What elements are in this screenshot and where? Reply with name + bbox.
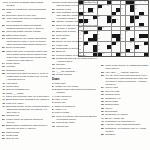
clue-item: 68. Comments that may be works of the 64… xyxy=(52,57,99,63)
cell-number: 43 xyxy=(126,31,128,33)
clue-text: "Wolf" or 1990s-era Bears pass-rushing g… xyxy=(2,1,43,7)
clue-text: Salon goops xyxy=(5,130,19,133)
cell-number: 50 xyxy=(121,38,123,40)
cell-number: 64 xyxy=(107,49,109,51)
clue-text: Apr. 15, 1979 rent-a-fan who went 4-for-… xyxy=(104,74,147,86)
clue-text: Mandolin kin xyxy=(5,114,19,117)
cell-number: 20 xyxy=(135,8,137,10)
grid-cell[interactable] xyxy=(112,53,116,56)
cell-number: 26 xyxy=(112,16,114,18)
clue-text: Like curly hair xyxy=(104,90,119,93)
clue-text: Garlic bud cut sunny-side up in general(… xyxy=(5,95,49,98)
down-section-header: Down xyxy=(52,78,99,81)
grid-cell[interactable] xyxy=(126,53,130,56)
clue-text: Get wise xyxy=(55,63,65,66)
cell-number: 15 xyxy=(135,5,137,7)
clue-text: Brand whose Portuguese ads opened a sea-… xyxy=(5,124,47,130)
clue-text: "I am the realm" announcement(?) xyxy=(104,123,140,126)
cell-number: 52 xyxy=(139,38,141,40)
cell-number: 27 xyxy=(139,16,141,18)
clue-text: How wise men acted on June 5, 1973, in M… xyxy=(5,72,48,81)
cell-number: 7 xyxy=(121,1,122,3)
crossword-page: 1234567891011121314151617181920212223242… xyxy=(0,0,150,150)
clue-item: 3. Banquet figure who comes out between … xyxy=(52,88,99,94)
clue-text: Dol. parts xyxy=(55,37,66,40)
clue-text: Prepared copy xyxy=(55,66,71,69)
clues-column-middle: scoring record that Payton's heirs had k… xyxy=(52,1,99,150)
cell-number: 59 xyxy=(112,45,114,47)
clue-text: Wading bird xyxy=(55,124,68,127)
clue-text: Drying shed xyxy=(104,110,117,113)
clue-text: Twelve, to dice rollers xyxy=(55,40,78,43)
clue-item: 49. Bring that dummy to the recording st… xyxy=(2,105,50,114)
clue-item: 20. Promenades for observers that 20 the… xyxy=(2,24,50,30)
clue-text: What angels do, per whose aspects an inp… xyxy=(5,37,46,46)
clue-text: Lucille's partner of classic TV xyxy=(55,53,86,56)
grid-cell[interactable] xyxy=(139,53,143,56)
cell-number: 61 xyxy=(144,45,146,47)
clue-item: 20. Home of the Curies, in "Pittsburgh P… xyxy=(101,64,149,70)
grid-cell[interactable] xyxy=(130,53,134,56)
clue-item: 59. Don't you wish you had Livs at 100 P… xyxy=(52,24,99,30)
clue-text: Composed, to a sot(?) xyxy=(104,113,128,116)
clue-text: Skirt's edge xyxy=(5,134,18,137)
clue-text: "The Persians" poet since the 1500s who,… xyxy=(55,11,96,20)
cell-number: 13 xyxy=(107,5,109,7)
clue-text: Promenades for observers that 20 theater… xyxy=(5,24,44,30)
clue-item: 24. What angels do, per whose aspects an… xyxy=(2,37,50,46)
cell-number: 51 xyxy=(135,38,137,40)
grid-cell-black xyxy=(144,53,148,56)
cell-number: 4 xyxy=(102,1,103,3)
clue-text: Toward dawn xyxy=(104,103,118,106)
clue-text: VCR insert xyxy=(5,81,17,84)
grid-cell[interactable]: 68 xyxy=(102,53,106,56)
clue-text: Skid on a banana peel xyxy=(5,88,29,91)
clue-text: Bring that dummy to the recording studio… xyxy=(5,105,49,114)
cell-number: 39 xyxy=(130,27,132,29)
clue-text: Banquet figure who comes out between hea… xyxy=(54,88,96,94)
clue-text: Harbor where 51 trawlers docked in 1970(… xyxy=(5,118,43,124)
clue-text: Toddler's defiant cry xyxy=(54,105,75,108)
cell-number: 30 xyxy=(116,19,118,21)
clue-text: Dotes (on) xyxy=(54,101,66,104)
clue-item: 72. Feudal workers xyxy=(52,73,99,76)
cell-number: 6 xyxy=(116,1,117,3)
cell-number: 19 xyxy=(121,8,123,10)
cell-number: 54 xyxy=(116,42,118,44)
clue-item: scoring record that Payton's heirs had k… xyxy=(52,1,99,7)
clue-text: Coin flip call xyxy=(5,137,18,140)
grid-cell[interactable] xyxy=(135,53,139,56)
cell-number: 34 xyxy=(107,23,109,25)
clue-item: 28. Singer who wore 1 accepted game robe… xyxy=(2,49,50,61)
clue-text: Comparable in size(?) xyxy=(55,47,79,50)
clue-text: Santa ___ winds xyxy=(5,91,23,94)
clue-item: 12. Wading bird xyxy=(52,124,99,127)
clue-text: Tiara inset xyxy=(54,81,65,84)
clue-item: 57. "The Persians" poet since the 1500s … xyxy=(52,11,99,20)
clue-text: Got taken xyxy=(104,133,115,136)
clue-text: Contest venue xyxy=(104,93,120,96)
cell-number: 47 xyxy=(121,34,123,36)
clue-text: Corny quality xyxy=(55,33,69,36)
clue-text: Part of a flight xyxy=(54,111,69,114)
clue-text: Reference work in every den xyxy=(5,14,35,17)
clue-text: Picks at the buffet xyxy=(55,121,74,124)
cell-number: 36 xyxy=(130,23,132,25)
clue-text: Lead-in to "while" xyxy=(5,101,24,104)
clue-text: "Traveling Pants" director Kwapis xyxy=(5,30,40,33)
cell-number: 23 xyxy=(116,12,118,14)
clue-text: Home of the Curies, in "Pittsburgh Pirat… xyxy=(104,64,148,70)
clue-item: 25. Apr. 15, 1979 rent-a-fan who went 4-… xyxy=(101,74,149,86)
clue-text: "___ the ramparts..." xyxy=(55,70,77,73)
clue-item: 55. Coin flip call xyxy=(2,137,50,140)
clue-text: Lass' "Hello" xyxy=(54,98,68,101)
clue-text: Comments that may be works of the 64-Acr… xyxy=(55,57,97,63)
cell-number: 9 xyxy=(139,1,140,3)
clue-text: Mom's mom xyxy=(5,85,18,88)
clue-text: "RSVP" part xyxy=(104,86,117,89)
clue-item: 15. Start of a palindrome about Neapolit… xyxy=(2,7,50,13)
cell-number: 12 xyxy=(102,5,104,7)
clue-item: 51. Harbor where 51 trawlers docked in 1… xyxy=(2,118,50,124)
clue-text: "Thank you very much" xyxy=(54,85,79,88)
clue-text: Big to-do xyxy=(55,50,65,53)
cell-number: 38 xyxy=(102,27,104,29)
clue-text: Start of a palindrome about Neapolitan a… xyxy=(5,7,46,13)
clue-text: Aide: "Exc ___" tablets, whoever xyxy=(104,70,138,73)
cell-number: 10 xyxy=(144,1,146,3)
cell-number: 40 xyxy=(139,27,141,29)
clue-text: Either side to make ___ tide xyxy=(55,30,85,33)
clue-text: Singer who wore 1 accepted game robe, an… xyxy=(5,49,48,61)
cell-number: 8 xyxy=(135,1,136,3)
clue-text: In the wrong key xyxy=(54,95,72,98)
clue-item: 10. Piece of a theme park souvenir that … xyxy=(52,115,99,121)
clue-text: Concert venue xyxy=(55,7,71,10)
clues-column-left: "Wolf" or 1990s-era Bears pass-rushing g… xyxy=(2,1,50,150)
clue-text: Caribbean, e.g. xyxy=(104,96,121,99)
grid-cell[interactable]: 69 xyxy=(121,53,125,56)
grid-cell-black xyxy=(116,53,120,56)
clue-item: 52. Sentenced, like works by the 64-Acro… xyxy=(101,126,149,132)
clue-text: Rosalind's refusal xyxy=(5,69,24,72)
clue-text: Actor-comic who played a classic Bela ro… xyxy=(5,17,45,23)
clue-text: Tattoo-parlor supply xyxy=(5,33,26,36)
cell-number: 68 xyxy=(102,53,104,55)
clue-text: Piece of a theme park souvenir that the … xyxy=(55,115,96,121)
clue-text: Feudal workers xyxy=(55,73,72,76)
clue-item: 55. Got taken xyxy=(101,133,149,136)
clue-text: Winter coat xyxy=(55,43,68,46)
clue-item: 19. Actor-comic who played a classic Bel… xyxy=(2,17,50,23)
clue-item: 38. How wise men acted on June 5, 1973, … xyxy=(2,72,50,81)
clue-text: "Stormy Weather" singer Horne xyxy=(55,20,88,23)
clue-text: Board game from Portugal's rim, raised(?… xyxy=(5,98,49,101)
cell-number: 31 xyxy=(135,19,137,21)
cell-number: 66 xyxy=(135,49,137,51)
clue-text: Terrier of film fame xyxy=(5,46,25,49)
clue-text: "Golly!" xyxy=(104,106,112,109)
clue-text: Persuasion via microwave(?) xyxy=(104,120,135,123)
cell-number: 65 xyxy=(130,49,132,51)
clue-text: Hot tubs xyxy=(5,65,14,68)
clue-text: Dance class xyxy=(104,100,117,103)
cell-number: 35 xyxy=(112,23,114,25)
clue-item: 52. Brand whose Portuguese ads opened a … xyxy=(2,124,50,130)
clue-text: Big 10-Across, say xyxy=(104,116,124,119)
cell-number: 60 xyxy=(139,45,141,47)
clue-text: Sentenced, like works by the 64-Across r… xyxy=(104,126,146,132)
clues-column-right: 20. Home of the Curies, in "Pittsburgh P… xyxy=(101,64,149,150)
cell-number: 69 xyxy=(121,53,123,55)
clue-text: Amber, e.g. xyxy=(54,108,67,111)
clue-text: Don't you wish you had Livs at 100 Park … xyxy=(55,24,97,30)
clue-text: Gentle stroke xyxy=(5,62,20,65)
grid-cell[interactable] xyxy=(107,53,111,56)
cell-number: 55 xyxy=(130,42,132,44)
clue-text: scoring record that Payton's heirs had k… xyxy=(52,1,96,7)
cell-number: 14 xyxy=(126,5,128,7)
cell-number: 5 xyxy=(112,1,113,3)
clue-item: "Wolf" or 1990s-era Bears pass-rushing g… xyxy=(2,1,50,7)
